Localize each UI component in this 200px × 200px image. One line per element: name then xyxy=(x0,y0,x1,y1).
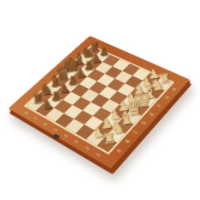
rank-label-5: 5 xyxy=(52,127,59,132)
rank-label-6: 6 xyxy=(42,122,49,127)
rank-label-1: 1 xyxy=(94,152,101,157)
rank-label-3: 3 xyxy=(72,139,79,144)
file-label-h: H xyxy=(170,87,177,92)
file-label-e: E xyxy=(148,112,155,117)
rank-label-8: 8 xyxy=(23,111,30,116)
square-c5 xyxy=(73,97,91,110)
square-f3 xyxy=(117,83,135,96)
hinge-icon xyxy=(52,134,60,140)
product-photo-scene: ♜♞♝♛♚♝♞♜♟♟♟♟♟♟♟♟♟♟♟♟♟♟♟♟♜♞♝♛♚♝♞♜ A1B2C3D… xyxy=(0,0,200,200)
file-label-c: C xyxy=(132,129,139,134)
board-grid: ♜♞♝♛♚♝♞♜♟♟♟♟♟♟♟♟♟♟♟♟♟♟♟♟♜♞♝♛♚♝♞♜ xyxy=(26,46,171,152)
chessboard: ♜♞♝♛♚♝♞♜♟♟♟♟♟♟♟♟♟♟♟♟♟♟♟♟♜♞♝♛♚♝♞♜ A1B2C3D… xyxy=(8,36,190,169)
board-perspective-wrapper: ♜♞♝♛♚♝♞♜♟♟♟♟♟♟♟♟♟♟♟♟♟♟♟♟♜♞♝♛♚♝♞♜ A1B2C3D… xyxy=(0,0,200,200)
file-label-f: F xyxy=(156,103,163,107)
rank-label-2: 2 xyxy=(83,145,90,150)
file-label-d: D xyxy=(140,120,148,125)
piece-white-rook: ♜ xyxy=(158,72,172,87)
file-label-b: B xyxy=(124,139,132,144)
rank-label-7: 7 xyxy=(32,116,39,121)
rank-label-4: 4 xyxy=(62,133,69,138)
file-label-g: G xyxy=(163,95,170,100)
file-label-a: A xyxy=(115,148,123,153)
